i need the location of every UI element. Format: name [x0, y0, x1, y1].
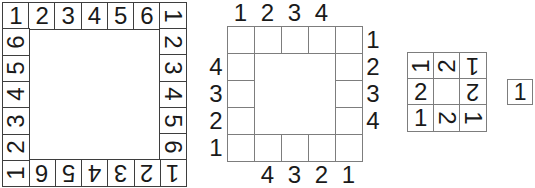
frame-clue-cell: 1	[2, 159, 30, 187]
example-cell: 2	[407, 78, 434, 105]
ring-cell[interactable]	[227, 107, 255, 135]
ring-label-top: 1	[230, 1, 252, 25]
clue-frame-board: 123456123456123456123456	[2, 2, 187, 187]
frame-clue-cell-digit: 3	[4, 114, 28, 127]
ring-board	[227, 26, 364, 163]
ring-cell[interactable]	[227, 80, 255, 108]
example-cell: 1	[459, 52, 486, 79]
ring-cell[interactable]	[281, 134, 309, 162]
frame-clue-cell: 4	[159, 81, 187, 109]
frame-clue-cell-digit: 6	[140, 4, 153, 28]
ring-cell[interactable]	[227, 134, 255, 162]
frame-clue-cell-digit: 5	[62, 161, 75, 185]
frame-clue-cell-digit: 1	[4, 166, 28, 179]
frame-clue-cell: 6	[133, 2, 161, 30]
frame-clue-cell: 5	[54, 159, 82, 187]
ring-label-top: 4	[311, 1, 333, 25]
example-cell-digit: 1	[414, 106, 427, 130]
frame-clue-cell: 5	[107, 2, 135, 30]
ring-cell[interactable]	[308, 26, 336, 54]
frame-clue-cell: 2	[159, 28, 187, 56]
frame-clue-cell: 6	[28, 159, 56, 187]
single-cell-board: 1	[507, 79, 534, 106]
frame-clue-cell-digit: 4	[88, 161, 101, 185]
frame-clue-cell: 3	[159, 54, 187, 82]
example-cell	[433, 78, 460, 105]
single-cell-digit: 1	[514, 81, 527, 104]
frame-clue-cell-digit: 6	[161, 140, 185, 153]
single-cell: 1	[507, 79, 533, 105]
frame-clue-cell: 4	[2, 81, 30, 109]
ring-label-left: 2	[205, 109, 227, 133]
ring-cell[interactable]	[281, 26, 309, 54]
frame-clue-cell: 4	[81, 159, 109, 187]
ring-cell[interactable]	[335, 53, 363, 81]
ring-cell[interactable]	[254, 26, 282, 54]
frame-clue-cell: 3	[54, 2, 82, 30]
frame-clue-cell-digit: 5	[4, 62, 28, 75]
ring-label-bottom: 4	[257, 163, 279, 187]
frame-clue-cell-digit: 5	[161, 114, 185, 127]
frame-clue-cell: 2	[2, 133, 30, 161]
ring-cell[interactable]	[254, 134, 282, 162]
ring-label-bottom: 2	[311, 163, 333, 187]
example-cell: 1	[407, 104, 434, 131]
ring-label-bottom: 1	[338, 163, 360, 187]
example-cell-digit: 1	[461, 111, 485, 124]
example-cell: 1	[459, 104, 486, 131]
frame-clue-cell: 3	[107, 159, 135, 187]
frame-clue-cell-digit: 2	[35, 4, 48, 28]
frame-clue-cell-digit: 2	[161, 35, 185, 48]
example-cell-digit: 1	[409, 59, 433, 72]
ring-label-right: 4	[362, 109, 384, 133]
example-cell-digit: 2	[435, 111, 459, 124]
frame-clue-cell: 2	[28, 2, 56, 30]
ring-label-right: 2	[362, 55, 384, 79]
frame-clue-cell-digit: 1	[9, 4, 22, 28]
example-cell-digit: 2	[435, 59, 459, 72]
frame-clue-cell-digit: 4	[88, 4, 101, 28]
example-cell-digit: 1	[466, 54, 479, 78]
frame-clue-cell: 2	[133, 159, 161, 187]
frame-clue-cell-digit: 5	[114, 4, 127, 28]
frame-clue-cell-digit: 6	[35, 161, 48, 185]
ring-cell[interactable]	[227, 26, 255, 54]
ring-cell[interactable]	[335, 107, 363, 135]
frame-clue-cell-digit: 3	[161, 62, 185, 75]
example-cell: 1	[407, 52, 434, 79]
ring-label-right: 1	[362, 28, 384, 52]
frame-clue-cell: 6	[159, 133, 187, 161]
example-cell-digit: 2	[414, 80, 427, 104]
frame-clue-cell: 1	[159, 2, 187, 30]
frame-clue-cell: 5	[2, 54, 30, 82]
frame-clue-cell-digit: 3	[62, 4, 75, 28]
example-board: 12122121	[407, 52, 487, 132]
frame-clue-cell-digit: 4	[161, 88, 185, 101]
frame-clue-cell: 1	[2, 2, 30, 30]
ring-cell[interactable]	[335, 134, 363, 162]
ring-cell[interactable]	[227, 53, 255, 81]
ring-cell[interactable]	[335, 26, 363, 54]
frame-clue-cell: 1	[159, 159, 187, 187]
ring-cell[interactable]	[308, 134, 336, 162]
ring-label-right: 3	[362, 82, 384, 106]
frame-clue-cell: 3	[2, 107, 30, 135]
ring-cell[interactable]	[335, 80, 363, 108]
ring-label-top: 2	[257, 1, 279, 25]
frame-clue-cell: 4	[81, 2, 109, 30]
ring-label-left: 4	[205, 55, 227, 79]
frame-clue-cell-digit: 1	[161, 9, 185, 22]
example-cell: 2	[433, 52, 460, 79]
frame-clue-cell: 5	[159, 107, 187, 135]
ring-label-bottom: 3	[284, 163, 306, 187]
ring-label-left: 1	[205, 136, 227, 160]
frame-clue-cell-digit: 2	[140, 161, 153, 185]
frame-clue-cell-digit: 6	[4, 35, 28, 48]
ring-label-top: 3	[284, 1, 306, 25]
example-cell: 2	[433, 104, 460, 131]
frame-clue-cell-digit: 3	[114, 161, 127, 185]
frame-clue-cell-digit: 1	[166, 161, 179, 185]
frame-clue-cell-digit: 4	[4, 88, 28, 101]
ring-label-left: 3	[205, 82, 227, 106]
frame-clue-cell: 6	[2, 28, 30, 56]
example-cell: 2	[459, 78, 486, 105]
example-cell-digit: 2	[466, 80, 479, 104]
frame-clue-cell-digit: 2	[4, 140, 28, 153]
